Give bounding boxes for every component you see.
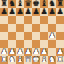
square-e1[interactable]: ♚: [32, 56, 40, 64]
square-c7[interactable]: ♟: [16, 8, 24, 16]
square-e4[interactable]: [32, 32, 40, 40]
white-pawn-icon: ♟: [48, 32, 55, 40]
square-g2[interactable]: [48, 48, 56, 56]
white-pawn-icon: ♟: [24, 48, 31, 56]
square-c8[interactable]: ♝: [16, 0, 24, 8]
black-pawn-icon: ♟: [40, 8, 47, 16]
white-queen-icon: ♛: [24, 56, 31, 64]
square-a3[interactable]: [0, 40, 8, 48]
square-g6[interactable]: [48, 16, 56, 24]
square-b3[interactable]: [8, 40, 16, 48]
square-b6[interactable]: [8, 16, 16, 24]
chess-board: ♜♞♝♛♚♝♞♜♟♟♟♟♟♟♟♟♟♟♟♟♟♟♟♟♜♞♝♛♚♝♞♜: [0, 0, 64, 64]
square-h5[interactable]: [56, 24, 64, 32]
square-h2[interactable]: ♟: [56, 48, 64, 56]
white-rook-icon: ♜: [0, 56, 7, 64]
black-king-icon: ♚: [32, 0, 39, 8]
square-d8[interactable]: ♛: [24, 0, 32, 8]
white-knight-icon: ♞: [48, 56, 55, 64]
square-d3[interactable]: [24, 40, 32, 48]
square-a5[interactable]: [0, 24, 8, 32]
white-pawn-icon: ♟: [32, 48, 39, 56]
square-a1[interactable]: ♜: [0, 56, 8, 64]
square-d1[interactable]: ♛: [24, 56, 32, 64]
black-pawn-icon: ♟: [56, 8, 63, 16]
square-a2[interactable]: ♟: [0, 48, 8, 56]
black-knight-icon: ♞: [8, 0, 15, 8]
black-pawn-icon: ♟: [24, 8, 31, 16]
white-pawn-icon: ♟: [16, 48, 23, 56]
square-d6[interactable]: [24, 16, 32, 24]
square-f8[interactable]: ♝: [40, 0, 48, 8]
square-c3[interactable]: [16, 40, 24, 48]
square-c5[interactable]: [16, 24, 24, 32]
square-d5[interactable]: [24, 24, 32, 32]
square-h3[interactable]: [56, 40, 64, 48]
square-b2[interactable]: ♟: [8, 48, 16, 56]
square-h1[interactable]: ♜: [56, 56, 64, 64]
square-a7[interactable]: ♟: [0, 8, 8, 16]
square-a8[interactable]: ♜: [0, 0, 8, 8]
square-h4[interactable]: [56, 32, 64, 40]
white-knight-icon: ♞: [8, 56, 15, 64]
square-f6[interactable]: [40, 16, 48, 24]
square-h6[interactable]: [56, 16, 64, 24]
black-queen-icon: ♛: [24, 0, 31, 8]
square-d7[interactable]: ♟: [24, 8, 32, 16]
square-g5[interactable]: [48, 24, 56, 32]
square-a4[interactable]: [0, 32, 8, 40]
square-f1[interactable]: ♝: [40, 56, 48, 64]
square-d4[interactable]: [24, 32, 32, 40]
square-d2[interactable]: ♟: [24, 48, 32, 56]
square-f5[interactable]: [40, 24, 48, 32]
white-bishop-icon: ♝: [16, 56, 23, 64]
black-pawn-icon: ♟: [16, 8, 23, 16]
square-g3[interactable]: [48, 40, 56, 48]
white-pawn-icon: ♟: [40, 48, 47, 56]
white-pawn-icon: ♟: [56, 48, 63, 56]
black-pawn-icon: ♟: [8, 8, 15, 16]
square-g1[interactable]: ♞: [48, 56, 56, 64]
square-e7[interactable]: ♟: [32, 8, 40, 16]
square-f3[interactable]: [40, 40, 48, 48]
square-h7[interactable]: ♟: [56, 8, 64, 16]
square-c6[interactable]: [16, 16, 24, 24]
white-pawn-icon: ♟: [8, 48, 15, 56]
white-bishop-icon: ♝: [40, 56, 47, 64]
square-f7[interactable]: ♟: [40, 8, 48, 16]
black-pawn-icon: ♟: [32, 8, 39, 16]
white-rook-icon: ♜: [56, 56, 63, 64]
square-e3[interactable]: [32, 40, 40, 48]
black-pawn-icon: ♟: [0, 8, 7, 16]
square-e8[interactable]: ♚: [32, 0, 40, 8]
square-e2[interactable]: ♟: [32, 48, 40, 56]
black-rook-icon: ♜: [0, 0, 7, 8]
square-c4[interactable]: [16, 32, 24, 40]
square-c1[interactable]: ♝: [16, 56, 24, 64]
square-f4[interactable]: [40, 32, 48, 40]
square-b4[interactable]: [8, 32, 16, 40]
square-g7[interactable]: ♟: [48, 8, 56, 16]
white-king-icon: ♚: [32, 56, 39, 64]
black-pawn-icon: ♟: [48, 8, 55, 16]
black-knight-icon: ♞: [48, 0, 55, 8]
square-e6[interactable]: [32, 16, 40, 24]
square-a6[interactable]: [0, 16, 8, 24]
square-e5[interactable]: [32, 24, 40, 32]
black-bishop-icon: ♝: [40, 0, 47, 8]
black-bishop-icon: ♝: [16, 0, 23, 8]
square-b8[interactable]: ♞: [8, 0, 16, 8]
square-b1[interactable]: ♞: [8, 56, 16, 64]
square-b5[interactable]: [8, 24, 16, 32]
white-pawn-icon: ♟: [0, 48, 7, 56]
square-h8[interactable]: ♜: [56, 0, 64, 8]
square-g4[interactable]: ♟: [48, 32, 56, 40]
square-c2[interactable]: ♟: [16, 48, 24, 56]
square-g8[interactable]: ♞: [48, 0, 56, 8]
square-f2[interactable]: ♟: [40, 48, 48, 56]
black-rook-icon: ♜: [56, 0, 63, 8]
square-b7[interactable]: ♟: [8, 8, 16, 16]
